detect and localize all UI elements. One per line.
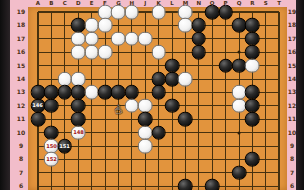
stone-white-H17[interactable]	[125, 32, 140, 47]
coord-number-left-11: 11	[17, 116, 25, 122]
stone-black-D18[interactable]	[71, 18, 86, 33]
stone-black-C13[interactable]	[58, 85, 73, 100]
stone-white-F16[interactable]	[98, 45, 113, 60]
stone-black-J11[interactable]	[138, 112, 153, 127]
stone-black-R11[interactable]	[245, 112, 260, 127]
stone-white-Q13[interactable]	[232, 85, 247, 100]
stone-black-M11[interactable]	[178, 112, 193, 127]
coord-number-left-12: 12	[17, 103, 25, 109]
stone-black-N16[interactable]	[192, 45, 207, 60]
star-point-Q10	[238, 131, 241, 134]
stone-black-C9[interactable]: 151	[58, 139, 73, 154]
coord-number-right-13: 13	[288, 89, 296, 95]
coord-number-left-19: 19	[17, 9, 25, 15]
stone-white-H19[interactable]	[125, 5, 140, 20]
stone-black-F13[interactable]	[98, 85, 113, 100]
stone-white-E13[interactable]	[84, 85, 99, 100]
stone-white-E17[interactable]	[84, 32, 99, 47]
coord-letter-T: T	[277, 0, 281, 6]
stone-black-O6[interactable]	[205, 179, 220, 190]
stone-black-Q15[interactable]	[232, 58, 247, 73]
stone-white-J10[interactable]	[138, 125, 153, 140]
stone-white-K16[interactable]	[151, 45, 166, 60]
stone-black-R18[interactable]	[245, 18, 260, 33]
coord-number-left-6: 6	[19, 183, 23, 189]
stone-white-Q12[interactable]	[232, 99, 247, 114]
coord-number-right-11: 11	[288, 116, 296, 122]
stone-white-G19[interactable]	[111, 5, 126, 20]
coord-number-right-15: 15	[288, 63, 296, 69]
stone-black-B12[interactable]	[44, 99, 59, 114]
grid-vline-C	[64, 12, 65, 190]
coord-number-right-17: 17	[288, 36, 296, 42]
stone-black-K13[interactable]	[151, 85, 166, 100]
coord-number-right-12: 12	[288, 103, 296, 109]
stone-white-D10[interactable]: 148	[71, 125, 86, 140]
stone-black-L12[interactable]	[165, 99, 180, 114]
coord-number-left-7: 7	[19, 170, 23, 176]
stone-black-L15[interactable]	[165, 58, 180, 73]
star-point-Q16	[238, 51, 241, 54]
coord-number-left-13: 13	[17, 89, 25, 95]
coord-number-left-9: 9	[19, 143, 23, 149]
stone-black-B10[interactable]	[44, 125, 59, 140]
stone-black-A11[interactable]	[31, 112, 46, 127]
stone-black-K10[interactable]	[151, 125, 166, 140]
stone-white-F18[interactable]	[98, 18, 113, 33]
coord-letter-D: D	[76, 0, 81, 6]
stone-black-N17[interactable]	[192, 32, 207, 47]
coord-number-left-14: 14	[17, 76, 25, 82]
coord-number-right-16: 16	[288, 49, 296, 55]
coord-number-left-18: 18	[17, 22, 25, 28]
coord-letter-E: E	[90, 0, 94, 6]
stone-white-M18[interactable]	[178, 18, 193, 33]
stone-black-A13[interactable]	[31, 85, 46, 100]
stone-black-Q18[interactable]	[232, 18, 247, 33]
stone-white-F19[interactable]	[98, 5, 113, 20]
coord-number-right-14: 14	[288, 76, 296, 82]
move-number-label: 152	[46, 157, 57, 162]
coord-letter-C: C	[63, 0, 67, 6]
coord-number-right-6: 6	[290, 183, 294, 189]
coord-number-left-15: 15	[17, 63, 25, 69]
move-number-label: 146	[33, 103, 44, 108]
coord-letter-N: N	[196, 0, 201, 6]
stone-black-N18[interactable]	[192, 18, 207, 33]
stone-black-H13[interactable]	[125, 85, 140, 100]
stone-white-R15[interactable]	[245, 58, 260, 73]
move-number-label: 150	[46, 143, 57, 148]
letterbox-right	[296, 0, 304, 190]
coord-letter-Q: Q	[237, 0, 242, 6]
stone-white-B8[interactable]: 152	[44, 152, 59, 167]
stone-white-J17[interactable]	[138, 32, 153, 47]
letterbox-left	[0, 0, 10, 190]
stone-black-D12[interactable]	[71, 99, 86, 114]
stone-black-B13[interactable]	[44, 85, 59, 100]
stone-white-B9[interactable]: 150	[44, 139, 59, 154]
stone-white-E18[interactable]	[84, 18, 99, 33]
coord-number-right-18: 18	[288, 22, 296, 28]
coord-number-right-10: 10	[288, 130, 296, 136]
stone-black-D11[interactable]	[71, 112, 86, 127]
grid-vline-T	[278, 12, 280, 190]
stone-black-R17[interactable]	[245, 32, 260, 47]
stone-white-D14[interactable]	[71, 72, 86, 87]
coord-number-left-10: 10	[17, 130, 25, 136]
stone-white-J9[interactable]	[138, 139, 153, 154]
stone-white-C14[interactable]	[58, 72, 73, 87]
coord-number-right-9: 9	[290, 143, 294, 149]
coord-letter-S: S	[264, 0, 268, 6]
grid-vline-S	[265, 12, 266, 190]
coord-number-left-17: 17	[17, 36, 25, 42]
stone-white-E16[interactable]	[84, 45, 99, 60]
stone-black-O19[interactable]	[205, 5, 220, 20]
stone-white-M14[interactable]	[178, 72, 193, 87]
stone-black-D13[interactable]	[71, 85, 86, 100]
stone-black-R13[interactable]	[245, 85, 260, 100]
stone-white-H12[interactable]	[125, 99, 140, 114]
coord-number-left-8: 8	[19, 156, 23, 162]
coord-number-right-8: 8	[290, 156, 294, 162]
stone-black-L14[interactable]	[165, 72, 180, 87]
coord-letter-R: R	[250, 0, 254, 6]
coord-letter-B: B	[49, 0, 53, 6]
stone-white-D16[interactable]	[71, 45, 86, 60]
stone-black-R8[interactable]	[245, 152, 260, 167]
stone-black-K14[interactable]	[151, 72, 166, 87]
coord-number-right-19: 19	[288, 9, 296, 15]
video-frame: ABCDEFGHJKLMNOPQRST191918181717161615151…	[0, 0, 304, 190]
stone-white-K19[interactable]	[151, 5, 166, 20]
stone-white-D17[interactable]	[71, 32, 86, 47]
stone-black-G13[interactable]	[111, 85, 126, 100]
stone-black-P15[interactable]	[218, 58, 233, 73]
stone-black-R12[interactable]	[245, 99, 260, 114]
grid-vline-O	[212, 12, 213, 190]
stone-black-M6[interactable]	[178, 179, 193, 190]
coord-letter-L: L	[170, 0, 174, 6]
move-number-label: 148	[73, 130, 84, 135]
stone-white-J12[interactable]	[138, 99, 153, 114]
stone-white-M19[interactable]	[178, 5, 193, 20]
stone-black-R16[interactable]	[245, 45, 260, 60]
grid-vline-F	[105, 12, 106, 190]
grid-vline-P	[225, 12, 226, 190]
coord-number-right-7: 7	[290, 170, 294, 176]
coord-letter-A: A	[36, 0, 40, 6]
coord-letter-J: J	[144, 0, 146, 6]
grid-vline-K	[158, 12, 159, 190]
stone-black-Q7[interactable]	[232, 166, 247, 181]
coord-number-left-16: 16	[17, 49, 25, 55]
stone-black-A12[interactable]: 146	[31, 99, 46, 114]
stone-black-P19[interactable]	[218, 5, 233, 20]
grid-vline-M	[185, 12, 186, 190]
move-number-label: 151	[59, 143, 70, 148]
stone-white-G17[interactable]	[111, 32, 126, 47]
